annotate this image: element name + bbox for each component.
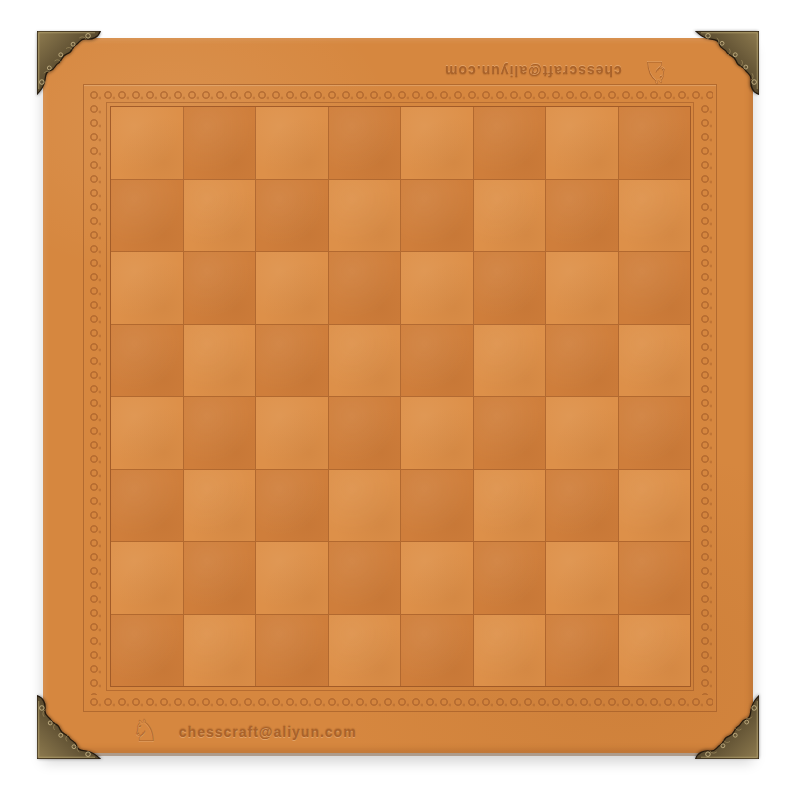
square-d5 <box>329 325 401 397</box>
square-e7 <box>401 180 473 252</box>
embossed-scroll-border-left <box>87 102 101 695</box>
square-h7 <box>619 180 691 252</box>
square-e6 <box>401 252 473 324</box>
square-b1 <box>184 615 256 687</box>
square-g6 <box>546 252 618 324</box>
square-g2 <box>546 542 618 614</box>
square-c3 <box>256 470 328 542</box>
square-c1 <box>256 615 328 687</box>
square-e4 <box>401 397 473 469</box>
square-g8 <box>546 107 618 179</box>
square-e3 <box>401 470 473 542</box>
square-h5 <box>619 325 691 397</box>
knight-logo-icon: ♘ <box>642 58 670 89</box>
square-e5 <box>401 325 473 397</box>
square-d7 <box>329 180 401 252</box>
square-f6 <box>474 252 546 324</box>
square-b4 <box>184 397 256 469</box>
square-g5 <box>546 325 618 397</box>
brand-row-top-rotated: ♘ chesscraft@aliyun.com <box>444 55 670 87</box>
square-a5 <box>111 325 183 397</box>
square-e8 <box>401 107 473 179</box>
chess-board-mat: ♘ chesscraft@aliyun.com ♘ chesscraft@ali… <box>43 38 753 753</box>
square-f3 <box>474 470 546 542</box>
square-h3 <box>619 470 691 542</box>
square-h4 <box>619 397 691 469</box>
product-photo: ♘ chesscraft@aliyun.com ♘ chesscraft@ali… <box>0 0 800 800</box>
square-f1 <box>474 615 546 687</box>
square-d6 <box>329 252 401 324</box>
square-g1 <box>546 615 618 687</box>
embossed-scroll-border-bottom <box>87 695 713 710</box>
square-c4 <box>256 397 328 469</box>
square-f5 <box>474 325 546 397</box>
square-f4 <box>474 397 546 469</box>
square-b8 <box>184 107 256 179</box>
square-d1 <box>329 615 401 687</box>
brand-row-bottom: ♘ chesscraft@aliyun.com <box>131 716 357 748</box>
square-a4 <box>111 397 183 469</box>
square-c5 <box>256 325 328 397</box>
square-c7 <box>256 180 328 252</box>
square-d4 <box>329 397 401 469</box>
square-b2 <box>184 542 256 614</box>
embossed-scroll-border-top <box>87 88 713 102</box>
square-c2 <box>256 542 328 614</box>
checkerboard <box>110 106 691 687</box>
square-h2 <box>619 542 691 614</box>
square-b5 <box>184 325 256 397</box>
metal-corner-cap-bottom-left <box>37 671 125 759</box>
square-e1 <box>401 615 473 687</box>
square-b3 <box>184 470 256 542</box>
embossed-scroll-border-right <box>698 102 713 695</box>
square-d3 <box>329 470 401 542</box>
metal-corner-cap-bottom-right <box>671 671 759 759</box>
square-d2 <box>329 542 401 614</box>
square-g3 <box>546 470 618 542</box>
square-f8 <box>474 107 546 179</box>
knight-logo-icon: ♘ <box>131 715 159 746</box>
square-a2 <box>111 542 183 614</box>
square-b6 <box>184 252 256 324</box>
square-c6 <box>256 252 328 324</box>
square-f2 <box>474 542 546 614</box>
brand-email-text: chesscraft@aliyun.com <box>179 724 357 740</box>
square-g7 <box>546 180 618 252</box>
square-f7 <box>474 180 546 252</box>
square-a6 <box>111 252 183 324</box>
square-c8 <box>256 107 328 179</box>
square-e2 <box>401 542 473 614</box>
metal-corner-cap-top-right <box>671 31 759 119</box>
square-g4 <box>546 397 618 469</box>
square-b7 <box>184 180 256 252</box>
metal-corner-cap-top-left <box>37 31 125 119</box>
square-h6 <box>619 252 691 324</box>
square-d8 <box>329 107 401 179</box>
square-a7 <box>111 180 183 252</box>
brand-email-text: chesscraft@aliyun.com <box>444 63 622 79</box>
square-a3 <box>111 470 183 542</box>
